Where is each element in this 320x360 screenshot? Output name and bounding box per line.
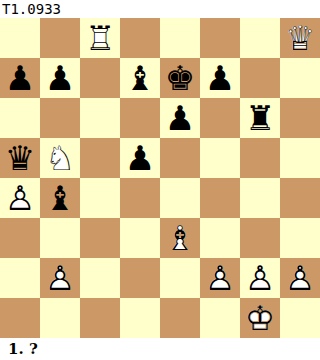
white-king-outline: ♔ bbox=[245, 298, 275, 338]
white-pawn-outline: ♙ bbox=[45, 258, 75, 298]
square-b1[interactable] bbox=[40, 298, 80, 338]
white-pawn[interactable]: ♟♙ bbox=[45, 261, 75, 295]
square-g8[interactable] bbox=[240, 18, 280, 58]
white-king[interactable]: ♚♔ bbox=[245, 301, 275, 335]
square-b6[interactable] bbox=[40, 98, 80, 138]
square-e2[interactable] bbox=[160, 258, 200, 298]
square-g3[interactable] bbox=[240, 218, 280, 258]
square-d8[interactable] bbox=[120, 18, 160, 58]
square-e7[interactable]: ♚ bbox=[160, 58, 200, 98]
white-rook[interactable]: ♜♖ bbox=[85, 21, 115, 55]
square-a2[interactable] bbox=[0, 258, 40, 298]
square-h6[interactable] bbox=[280, 98, 320, 138]
square-h5[interactable] bbox=[280, 138, 320, 178]
move-prompt: 1. ? bbox=[0, 338, 38, 358]
square-b4[interactable]: ♝ bbox=[40, 178, 80, 218]
white-rook-outline: ♖ bbox=[85, 18, 115, 58]
square-d2[interactable] bbox=[120, 258, 160, 298]
square-a5[interactable]: ♛ bbox=[0, 138, 40, 178]
black-pawn[interactable]: ♟ bbox=[165, 101, 195, 135]
white-pawn-outline: ♙ bbox=[285, 258, 315, 298]
square-g5[interactable] bbox=[240, 138, 280, 178]
square-e3[interactable]: ♝♗ bbox=[160, 218, 200, 258]
square-f1[interactable] bbox=[200, 298, 240, 338]
square-b8[interactable] bbox=[40, 18, 80, 58]
square-d1[interactable] bbox=[120, 298, 160, 338]
footer: 1. ? bbox=[0, 338, 320, 360]
black-pawn[interactable]: ♟ bbox=[205, 61, 235, 95]
square-c6[interactable] bbox=[80, 98, 120, 138]
title-bar: T1.0933 bbox=[0, 0, 320, 18]
square-d6[interactable] bbox=[120, 98, 160, 138]
black-bishop[interactable]: ♝ bbox=[125, 61, 155, 95]
square-g4[interactable] bbox=[240, 178, 280, 218]
square-c1[interactable] bbox=[80, 298, 120, 338]
square-e1[interactable] bbox=[160, 298, 200, 338]
square-h7[interactable] bbox=[280, 58, 320, 98]
chess-puzzle-window: T1.0933 ♜♖♛♕♟♟♝♚♟♟♜♛♞♘♟♟♙♝♝♗♟♙♟♙♟♙♟♙♚♔ 1… bbox=[0, 0, 320, 360]
black-queen[interactable]: ♛ bbox=[5, 141, 35, 175]
square-g1[interactable]: ♚♔ bbox=[240, 298, 280, 338]
square-a7[interactable]: ♟ bbox=[0, 58, 40, 98]
white-knight-outline: ♘ bbox=[45, 138, 75, 178]
puzzle-title: T1.0933 bbox=[0, 0, 61, 17]
square-b5[interactable]: ♞♘ bbox=[40, 138, 80, 178]
square-a1[interactable] bbox=[0, 298, 40, 338]
square-a4[interactable]: ♟♙ bbox=[0, 178, 40, 218]
square-f5[interactable] bbox=[200, 138, 240, 178]
square-d3[interactable] bbox=[120, 218, 160, 258]
chess-board: ♜♖♛♕♟♟♝♚♟♟♜♛♞♘♟♟♙♝♝♗♟♙♟♙♟♙♟♙♚♔ bbox=[0, 18, 320, 338]
white-pawn-outline: ♙ bbox=[245, 258, 275, 298]
square-h4[interactable] bbox=[280, 178, 320, 218]
square-e4[interactable] bbox=[160, 178, 200, 218]
square-d5[interactable]: ♟ bbox=[120, 138, 160, 178]
square-f2[interactable]: ♟♙ bbox=[200, 258, 240, 298]
white-bishop[interactable]: ♝♗ bbox=[165, 221, 195, 255]
black-pawn[interactable]: ♟ bbox=[45, 61, 75, 95]
square-g2[interactable]: ♟♙ bbox=[240, 258, 280, 298]
white-pawn[interactable]: ♟♙ bbox=[5, 181, 35, 215]
square-e8[interactable] bbox=[160, 18, 200, 58]
square-e6[interactable]: ♟ bbox=[160, 98, 200, 138]
white-queen[interactable]: ♛♕ bbox=[285, 21, 315, 55]
white-knight[interactable]: ♞♘ bbox=[45, 141, 75, 175]
square-h3[interactable] bbox=[280, 218, 320, 258]
square-g6[interactable]: ♜ bbox=[240, 98, 280, 138]
square-b2[interactable]: ♟♙ bbox=[40, 258, 80, 298]
square-c3[interactable] bbox=[80, 218, 120, 258]
white-pawn[interactable]: ♟♙ bbox=[285, 261, 315, 295]
white-pawn[interactable]: ♟♙ bbox=[205, 261, 235, 295]
white-pawn-outline: ♙ bbox=[5, 178, 35, 218]
square-d7[interactable]: ♝ bbox=[120, 58, 160, 98]
square-f7[interactable]: ♟ bbox=[200, 58, 240, 98]
white-bishop-outline: ♗ bbox=[165, 218, 195, 258]
square-b7[interactable]: ♟ bbox=[40, 58, 80, 98]
square-a8[interactable] bbox=[0, 18, 40, 58]
black-pawn[interactable]: ♟ bbox=[125, 141, 155, 175]
black-bishop[interactable]: ♝ bbox=[45, 181, 75, 215]
white-queen-outline: ♕ bbox=[285, 18, 315, 58]
black-rook[interactable]: ♜ bbox=[245, 101, 275, 135]
square-h8[interactable]: ♛♕ bbox=[280, 18, 320, 58]
square-e5[interactable] bbox=[160, 138, 200, 178]
square-c8[interactable]: ♜♖ bbox=[80, 18, 120, 58]
square-c2[interactable] bbox=[80, 258, 120, 298]
square-g7[interactable] bbox=[240, 58, 280, 98]
square-c7[interactable] bbox=[80, 58, 120, 98]
square-c5[interactable] bbox=[80, 138, 120, 178]
black-king[interactable]: ♚ bbox=[165, 61, 195, 95]
square-f4[interactable] bbox=[200, 178, 240, 218]
black-pawn[interactable]: ♟ bbox=[5, 61, 35, 95]
square-f3[interactable] bbox=[200, 218, 240, 258]
white-pawn[interactable]: ♟♙ bbox=[245, 261, 275, 295]
square-h2[interactable]: ♟♙ bbox=[280, 258, 320, 298]
square-b3[interactable] bbox=[40, 218, 80, 258]
square-h1[interactable] bbox=[280, 298, 320, 338]
square-a6[interactable] bbox=[0, 98, 40, 138]
square-a3[interactable] bbox=[0, 218, 40, 258]
square-f6[interactable] bbox=[200, 98, 240, 138]
square-c4[interactable] bbox=[80, 178, 120, 218]
square-d4[interactable] bbox=[120, 178, 160, 218]
white-pawn-outline: ♙ bbox=[205, 258, 235, 298]
square-f8[interactable] bbox=[200, 18, 240, 58]
